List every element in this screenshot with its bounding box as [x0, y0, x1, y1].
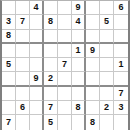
cell-r8c3[interactable]	[30, 101, 44, 115]
cell-r4c7[interactable]: 9	[86, 44, 100, 58]
cell-r6c9[interactable]	[114, 72, 128, 86]
cell-r1c4[interactable]	[44, 1, 58, 15]
cell-r2c5[interactable]	[58, 15, 72, 29]
cell-r2c3[interactable]	[30, 15, 44, 29]
cell-r6c3[interactable]: 9	[30, 72, 44, 86]
cell-r7c6[interactable]	[72, 87, 86, 101]
cell-r1c5[interactable]	[58, 1, 72, 15]
cell-r1c1[interactable]	[2, 1, 16, 15]
cell-r2c9[interactable]	[114, 15, 128, 29]
cell-r5c1[interactable]: 5	[2, 58, 16, 72]
cell-r2c7[interactable]	[86, 15, 100, 29]
cell-r9c3[interactable]	[30, 115, 44, 129]
cell-r5c5[interactable]: 7	[58, 58, 72, 72]
cell-r4c4[interactable]	[44, 44, 58, 58]
cell-r1c8[interactable]	[100, 1, 114, 15]
cell-r3c7[interactable]	[86, 30, 100, 44]
cell-r1c3[interactable]: 4	[30, 1, 44, 15]
cell-r6c6[interactable]	[72, 72, 86, 86]
cell-r9c4[interactable]: 5	[44, 115, 58, 129]
cell-r5c8[interactable]	[100, 58, 114, 72]
cell-r6c4[interactable]: 2	[44, 72, 58, 86]
cell-r5c6[interactable]	[72, 58, 86, 72]
cell-r6c2[interactable]	[16, 72, 30, 86]
cell-r9c7[interactable]: 8	[86, 115, 100, 129]
cell-r2c4[interactable]: 8	[44, 15, 58, 29]
sudoku-board: 4963784581957192767823758	[0, 0, 130, 130]
cell-r2c6[interactable]: 4	[72, 15, 86, 29]
cell-r3c1[interactable]: 8	[2, 30, 16, 44]
cell-r4c6[interactable]: 1	[72, 44, 86, 58]
cell-r3c2[interactable]	[16, 30, 30, 44]
cell-r3c3[interactable]	[30, 30, 44, 44]
cell-r4c3[interactable]	[30, 44, 44, 58]
cell-r1c2[interactable]	[16, 1, 30, 15]
cell-r2c2[interactable]: 7	[16, 15, 30, 29]
cell-r2c1[interactable]: 3	[2, 15, 16, 29]
cell-r7c2[interactable]	[16, 87, 30, 101]
cell-r3c5[interactable]	[58, 30, 72, 44]
cell-r8c8[interactable]: 2	[100, 101, 114, 115]
cell-r1c9[interactable]: 6	[114, 1, 128, 15]
cell-r4c5[interactable]	[58, 44, 72, 58]
cell-r8c7[interactable]	[86, 101, 100, 115]
cell-r6c1[interactable]	[2, 72, 16, 86]
cell-r8c6[interactable]: 8	[72, 101, 86, 115]
cell-r5c2[interactable]	[16, 58, 30, 72]
cell-r7c8[interactable]	[100, 87, 114, 101]
cell-r5c9[interactable]: 1	[114, 58, 128, 72]
cell-r3c8[interactable]	[100, 30, 114, 44]
cell-r5c3[interactable]	[30, 58, 44, 72]
cell-r8c5[interactable]	[58, 101, 72, 115]
cell-r7c4[interactable]	[44, 87, 58, 101]
cell-r9c8[interactable]	[100, 115, 114, 129]
cell-r7c1[interactable]	[2, 87, 16, 101]
cell-r5c4[interactable]	[44, 58, 58, 72]
cell-r8c4[interactable]: 7	[44, 101, 58, 115]
cell-r6c5[interactable]	[58, 72, 72, 86]
cell-r7c3[interactable]	[30, 87, 44, 101]
cell-r9c6[interactable]	[72, 115, 86, 129]
cell-r8c2[interactable]: 6	[16, 101, 30, 115]
cell-r6c7[interactable]	[86, 72, 100, 86]
cell-r9c1[interactable]: 7	[2, 115, 16, 129]
cell-r3c4[interactable]	[44, 30, 58, 44]
cell-r9c2[interactable]	[16, 115, 30, 129]
cell-r7c7[interactable]	[86, 87, 100, 101]
cell-r7c5[interactable]	[58, 87, 72, 101]
cell-r3c9[interactable]	[114, 30, 128, 44]
cell-r1c7[interactable]	[86, 1, 100, 15]
cell-r6c8[interactable]	[100, 72, 114, 86]
cell-r1c6[interactable]: 9	[72, 1, 86, 15]
cell-r7c9[interactable]: 7	[114, 87, 128, 101]
cell-r5c7[interactable]	[86, 58, 100, 72]
cell-r9c5[interactable]	[58, 115, 72, 129]
cell-r4c2[interactable]	[16, 44, 30, 58]
cell-r4c1[interactable]	[2, 44, 16, 58]
cell-r8c1[interactable]	[2, 101, 16, 115]
cell-r9c9[interactable]	[114, 115, 128, 129]
cell-r3c6[interactable]	[72, 30, 86, 44]
cell-r8c9[interactable]: 3	[114, 101, 128, 115]
cell-r4c8[interactable]	[100, 44, 114, 58]
cell-r4c9[interactable]	[114, 44, 128, 58]
cell-r2c8[interactable]: 5	[100, 15, 114, 29]
